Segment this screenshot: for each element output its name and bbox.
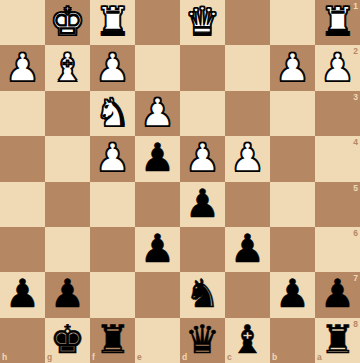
square-h7[interactable]: ♟	[0, 272, 45, 317]
square-c4[interactable]: ♟	[225, 136, 270, 181]
square-g2[interactable]: ♝	[45, 45, 90, 90]
square-e2[interactable]	[135, 45, 180, 90]
white-pawn[interactable]: ♟	[95, 48, 130, 87]
square-g8[interactable]: ♚g	[45, 318, 90, 363]
square-b4[interactable]	[270, 136, 315, 181]
square-f2[interactable]: ♟	[90, 45, 135, 90]
square-f8[interactable]: ♜f	[90, 318, 135, 363]
black-knight[interactable]: ♞	[185, 274, 220, 313]
white-pawn[interactable]: ♟	[140, 93, 175, 132]
square-b2[interactable]: ♟	[270, 45, 315, 90]
black-pawn[interactable]: ♟	[320, 274, 355, 313]
rank-label-2: 2	[353, 47, 358, 56]
square-h4[interactable]	[0, 136, 45, 181]
white-pawn[interactable]: ♟	[275, 48, 310, 87]
file-label-a: a	[317, 353, 322, 362]
square-f7[interactable]	[90, 272, 135, 317]
white-pawn[interactable]: ♟	[230, 138, 265, 177]
black-pawn[interactable]: ♟	[50, 274, 85, 313]
square-e3[interactable]: ♟	[135, 91, 180, 136]
square-d6[interactable]	[180, 227, 225, 272]
black-rook[interactable]: ♜	[95, 320, 130, 359]
square-a2[interactable]: ♟2	[315, 45, 360, 90]
white-king[interactable]: ♚	[50, 2, 85, 41]
square-d4[interactable]: ♟	[180, 136, 225, 181]
white-pawn[interactable]: ♟	[95, 138, 130, 177]
square-d5[interactable]: ♟	[180, 182, 225, 227]
square-b1[interactable]	[270, 0, 315, 45]
square-e1[interactable]	[135, 0, 180, 45]
file-label-g: g	[47, 353, 52, 362]
square-b7[interactable]: ♟	[270, 272, 315, 317]
square-b3[interactable]	[270, 91, 315, 136]
file-label-f: f	[92, 353, 95, 362]
square-e8[interactable]: e	[135, 318, 180, 363]
square-h5[interactable]	[0, 182, 45, 227]
square-a1[interactable]: ♜1	[315, 0, 360, 45]
rank-label-8: 8	[353, 320, 358, 329]
square-a3[interactable]: 3	[315, 91, 360, 136]
square-c6[interactable]: ♟	[225, 227, 270, 272]
white-rook[interactable]: ♜	[320, 2, 355, 41]
square-c5[interactable]	[225, 182, 270, 227]
square-h6[interactable]	[0, 227, 45, 272]
square-b5[interactable]	[270, 182, 315, 227]
black-rook[interactable]: ♜	[320, 320, 355, 359]
file-label-c: c	[227, 353, 232, 362]
black-pawn[interactable]: ♟	[275, 274, 310, 313]
square-g7[interactable]: ♟	[45, 272, 90, 317]
square-f5[interactable]	[90, 182, 135, 227]
square-f6[interactable]	[90, 227, 135, 272]
square-a6[interactable]: 6	[315, 227, 360, 272]
white-bishop[interactable]: ♝	[50, 48, 85, 87]
square-h2[interactable]: ♟	[0, 45, 45, 90]
rank-label-3: 3	[353, 93, 358, 102]
square-h8[interactable]: h	[0, 318, 45, 363]
square-a5[interactable]: 5	[315, 182, 360, 227]
square-d2[interactable]	[180, 45, 225, 90]
square-e5[interactable]	[135, 182, 180, 227]
square-e4[interactable]: ♟	[135, 136, 180, 181]
square-g3[interactable]	[45, 91, 90, 136]
square-e6[interactable]: ♟	[135, 227, 180, 272]
square-g1[interactable]: ♚	[45, 0, 90, 45]
square-g5[interactable]	[45, 182, 90, 227]
white-pawn[interactable]: ♟	[185, 138, 220, 177]
chess-board: ♚♜♛♜1♟♝♟♟♟2♞♟3♟♟♟♟4♟5♟♟6♟♟♞♟♟7h♚g♜fe♛d♝c…	[0, 0, 360, 363]
rank-label-6: 6	[353, 229, 358, 238]
square-g4[interactable]	[45, 136, 90, 181]
square-a7[interactable]: ♟7	[315, 272, 360, 317]
board-container: ♚♜♛♜1♟♝♟♟♟2♞♟3♟♟♟♟4♟5♟♟6♟♟♞♟♟7h♚g♜fe♛d♝c…	[0, 0, 360, 363]
file-label-d: d	[182, 353, 187, 362]
white-queen[interactable]: ♛	[185, 2, 220, 41]
white-pawn[interactable]: ♟	[5, 48, 40, 87]
black-pawn[interactable]: ♟	[140, 138, 175, 177]
square-c3[interactable]	[225, 91, 270, 136]
square-c8[interactable]: ♝c	[225, 318, 270, 363]
black-pawn[interactable]: ♟	[140, 229, 175, 268]
rank-label-5: 5	[353, 184, 358, 193]
white-rook[interactable]: ♜	[95, 2, 130, 41]
white-knight[interactable]: ♞	[95, 93, 130, 132]
file-label-b: b	[272, 353, 277, 362]
white-pawn[interactable]: ♟	[320, 48, 355, 87]
square-d1[interactable]: ♛	[180, 0, 225, 45]
file-label-e: e	[137, 353, 142, 362]
square-c2[interactable]	[225, 45, 270, 90]
square-c7[interactable]	[225, 272, 270, 317]
square-f1[interactable]: ♜	[90, 0, 135, 45]
black-king[interactable]: ♚	[50, 320, 85, 359]
black-pawn[interactable]: ♟	[230, 229, 265, 268]
square-g6[interactable]	[45, 227, 90, 272]
square-d8[interactable]: ♛d	[180, 318, 225, 363]
file-label-h: h	[2, 353, 7, 362]
black-pawn[interactable]: ♟	[185, 184, 220, 223]
square-e7[interactable]	[135, 272, 180, 317]
square-f3[interactable]: ♞	[90, 91, 135, 136]
square-h1[interactable]	[0, 0, 45, 45]
square-h3[interactable]	[0, 91, 45, 136]
rank-label-7: 7	[353, 274, 358, 283]
square-d7[interactable]: ♞	[180, 272, 225, 317]
square-b8[interactable]: b	[270, 318, 315, 363]
black-pawn[interactable]: ♟	[5, 274, 40, 313]
rank-label-4: 4	[353, 138, 358, 147]
square-d3[interactable]	[180, 91, 225, 136]
rank-label-1: 1	[353, 2, 358, 11]
black-queen[interactable]: ♛	[185, 320, 220, 359]
square-c1[interactable]	[225, 0, 270, 45]
square-a8[interactable]: ♜8a	[315, 318, 360, 363]
square-b6[interactable]	[270, 227, 315, 272]
square-f4[interactable]: ♟	[90, 136, 135, 181]
black-bishop[interactable]: ♝	[230, 320, 265, 359]
square-a4[interactable]: 4	[315, 136, 360, 181]
